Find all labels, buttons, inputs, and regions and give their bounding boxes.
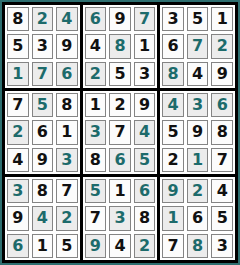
cell-r7c8[interactable]: 2 (187, 179, 209, 203)
cell-r5c8[interactable]: 9 (187, 120, 209, 144)
cell-r1c9[interactable]: 1 (211, 7, 233, 31)
cell-r7c1[interactable]: 3 (7, 179, 29, 203)
cell-r9c2[interactable]: 1 (32, 234, 54, 258)
box-8: 516738942 (83, 177, 158, 260)
sudoku-board-frame: 8245391766974812533516728497582614931293… (0, 0, 240, 265)
cell-r6c6[interactable]: 5 (134, 148, 156, 172)
cell-r1c3[interactable]: 4 (56, 7, 78, 31)
cell-r8c6[interactable]: 8 (134, 206, 156, 230)
cell-r8c1[interactable]: 9 (7, 206, 29, 230)
cell-r9c9[interactable]: 3 (211, 234, 233, 258)
cell-r6c5[interactable]: 6 (109, 148, 131, 172)
cell-r1c8[interactable]: 5 (187, 7, 209, 31)
cell-r2c4[interactable]: 4 (85, 34, 107, 58)
cell-r1c7[interactable]: 3 (162, 7, 184, 31)
cell-r4c1[interactable]: 7 (7, 93, 29, 117)
box-2: 697481253 (83, 5, 158, 88)
cell-r5c1[interactable]: 2 (7, 120, 29, 144)
cell-r8c4[interactable]: 7 (85, 206, 107, 230)
cell-r7c2[interactable]: 8 (32, 179, 54, 203)
cell-r5c7[interactable]: 5 (162, 120, 184, 144)
cell-r1c2[interactable]: 2 (32, 7, 54, 31)
cell-r8c3[interactable]: 2 (56, 206, 78, 230)
cell-r9c5[interactable]: 4 (109, 234, 131, 258)
cell-r6c7[interactable]: 2 (162, 148, 184, 172)
cell-r7c4[interactable]: 5 (85, 179, 107, 203)
cell-r2c7[interactable]: 6 (162, 34, 184, 58)
cell-r6c3[interactable]: 3 (56, 148, 78, 172)
cell-r7c3[interactable]: 7 (56, 179, 78, 203)
cell-r2c3[interactable]: 9 (56, 34, 78, 58)
cell-r2c8[interactable]: 7 (187, 34, 209, 58)
cell-r3c7[interactable]: 8 (162, 62, 184, 86)
cell-r4c9[interactable]: 6 (211, 93, 233, 117)
cell-r7c5[interactable]: 1 (109, 179, 131, 203)
cell-r1c6[interactable]: 7 (134, 7, 156, 31)
box-7: 387942615 (5, 177, 80, 260)
cell-r4c4[interactable]: 1 (85, 93, 107, 117)
cell-r3c5[interactable]: 5 (109, 62, 131, 86)
cell-r2c5[interactable]: 8 (109, 34, 131, 58)
cell-r7c9[interactable]: 4 (211, 179, 233, 203)
box-9: 924165783 (160, 177, 235, 260)
cell-r9c3[interactable]: 5 (56, 234, 78, 258)
box-6: 436598217 (160, 91, 235, 174)
cell-r5c2[interactable]: 6 (32, 120, 54, 144)
cell-r1c4[interactable]: 6 (85, 7, 107, 31)
cell-r8c8[interactable]: 6 (187, 206, 209, 230)
cell-r6c4[interactable]: 8 (85, 148, 107, 172)
cell-r4c2[interactable]: 5 (32, 93, 54, 117)
cell-r1c1[interactable]: 8 (7, 7, 29, 31)
cell-r3c3[interactable]: 6 (56, 62, 78, 86)
cell-r8c2[interactable]: 4 (32, 206, 54, 230)
cell-r3c9[interactable]: 9 (211, 62, 233, 86)
cell-r6c1[interactable]: 4 (7, 148, 29, 172)
cell-r4c7[interactable]: 4 (162, 93, 184, 117)
cell-r6c2[interactable]: 9 (32, 148, 54, 172)
box-1: 824539176 (5, 5, 80, 88)
box-4: 758261493 (5, 91, 80, 174)
cell-r8c5[interactable]: 3 (109, 206, 131, 230)
cell-r5c4[interactable]: 3 (85, 120, 107, 144)
sudoku-grid: 8245391766974812533516728497582614931293… (2, 2, 238, 263)
cell-r8c9[interactable]: 5 (211, 206, 233, 230)
cell-r4c3[interactable]: 8 (56, 93, 78, 117)
cell-r2c9[interactable]: 2 (211, 34, 233, 58)
cell-r4c5[interactable]: 2 (109, 93, 131, 117)
cell-r3c6[interactable]: 3 (134, 62, 156, 86)
cell-r4c8[interactable]: 3 (187, 93, 209, 117)
cell-r4c6[interactable]: 9 (134, 93, 156, 117)
cell-r5c5[interactable]: 7 (109, 120, 131, 144)
cell-r8c7[interactable]: 1 (162, 206, 184, 230)
cell-r2c2[interactable]: 3 (32, 34, 54, 58)
cell-r9c8[interactable]: 8 (187, 234, 209, 258)
cell-r5c6[interactable]: 4 (134, 120, 156, 144)
cell-r9c1[interactable]: 6 (7, 234, 29, 258)
cell-r3c1[interactable]: 1 (7, 62, 29, 86)
cell-r6c9[interactable]: 7 (211, 148, 233, 172)
cell-r2c6[interactable]: 1 (134, 34, 156, 58)
cell-r9c6[interactable]: 2 (134, 234, 156, 258)
cell-r5c9[interactable]: 8 (211, 120, 233, 144)
cell-r2c1[interactable]: 5 (7, 34, 29, 58)
cell-r3c2[interactable]: 7 (32, 62, 54, 86)
cell-r7c6[interactable]: 6 (134, 179, 156, 203)
cell-r3c4[interactable]: 2 (85, 62, 107, 86)
cell-r9c4[interactable]: 9 (85, 234, 107, 258)
box-3: 351672849 (160, 5, 235, 88)
cell-r1c5[interactable]: 9 (109, 7, 131, 31)
cell-r7c7[interactable]: 9 (162, 179, 184, 203)
box-5: 129374865 (83, 91, 158, 174)
cell-r3c8[interactable]: 4 (187, 62, 209, 86)
cell-r6c8[interactable]: 1 (187, 148, 209, 172)
cell-r5c3[interactable]: 1 (56, 120, 78, 144)
cell-r9c7[interactable]: 7 (162, 234, 184, 258)
